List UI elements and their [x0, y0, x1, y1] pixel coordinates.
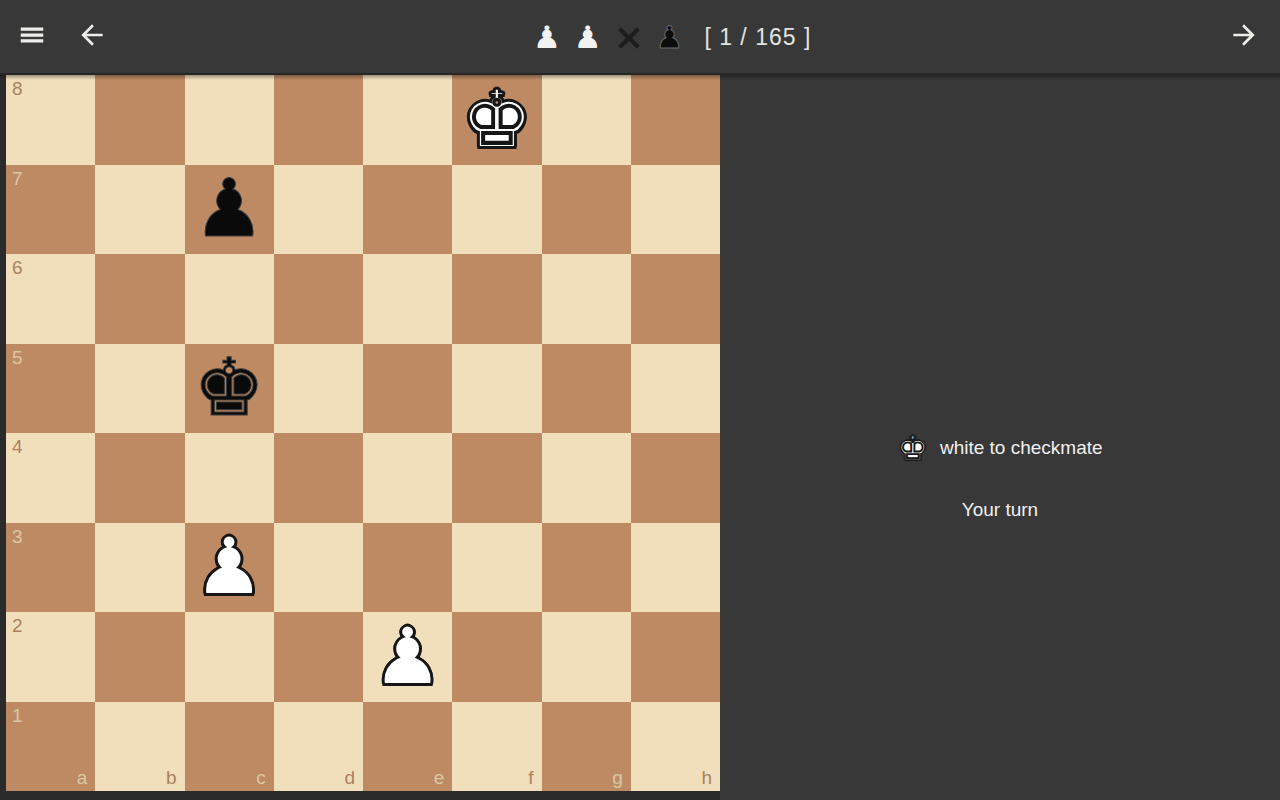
rank-label-1: 1: [12, 706, 23, 725]
black-pawn-icon: ♟: [656, 22, 684, 53]
square-a2[interactable]: 2: [6, 612, 95, 702]
square-h2[interactable]: [631, 612, 720, 702]
puzzle-category: ♟ ♟ ♟ [ 1 / 165 ]: [533, 0, 811, 75]
square-a3[interactable]: 3: [6, 523, 95, 613]
file-label-e: e: [434, 768, 445, 787]
back-button[interactable]: [72, 17, 112, 57]
square-g3[interactable]: [542, 523, 631, 613]
square-b3[interactable]: [95, 523, 184, 613]
rank-label-8: 8: [12, 79, 23, 98]
multiply-x-icon: [615, 24, 643, 52]
square-h6[interactable]: [631, 254, 720, 344]
square-a1[interactable]: 1a: [6, 702, 95, 792]
square-e5[interactable]: [363, 344, 452, 434]
square-e6[interactable]: [363, 254, 452, 344]
rank-label-2: 2: [12, 616, 23, 635]
white-king[interactable]: ♚: [461, 80, 533, 160]
square-g5[interactable]: [542, 344, 631, 434]
square-g2[interactable]: [542, 612, 631, 702]
white-pawn[interactable]: ♟: [193, 527, 265, 607]
square-d4[interactable]: [274, 433, 363, 523]
square-a6[interactable]: 6: [6, 254, 95, 344]
square-d3[interactable]: [274, 523, 363, 613]
square-b5[interactable]: [95, 344, 184, 434]
file-label-a: a: [77, 768, 88, 787]
app-bar: ♟ ♟ ♟ [ 1 / 165 ]: [0, 0, 1280, 75]
square-h5[interactable]: [631, 344, 720, 434]
square-f5[interactable]: [452, 344, 541, 434]
puzzle-counter: [ 1 / 165 ]: [704, 24, 811, 51]
square-b1[interactable]: b: [95, 702, 184, 792]
square-h1[interactable]: h: [631, 702, 720, 792]
square-e8[interactable]: [363, 75, 452, 165]
square-b4[interactable]: [95, 433, 184, 523]
objective-text: white to checkmate: [940, 437, 1103, 458]
turn-status: Your turn: [720, 499, 1280, 521]
square-a5[interactable]: 5: [6, 344, 95, 434]
square-h4[interactable]: [631, 433, 720, 523]
square-g7[interactable]: [542, 165, 631, 255]
square-c1[interactable]: c: [185, 702, 274, 792]
square-e2[interactable]: ♟: [363, 612, 452, 702]
square-a4[interactable]: 4: [6, 433, 95, 523]
square-d5[interactable]: [274, 344, 363, 434]
square-b8[interactable]: [95, 75, 184, 165]
square-f2[interactable]: [452, 612, 541, 702]
square-c2[interactable]: [185, 612, 274, 702]
square-f6[interactable]: [452, 254, 541, 344]
square-e7[interactable]: [363, 165, 452, 255]
objective-row: ♚white to checkmate: [720, 431, 1280, 465]
square-b7[interactable]: [95, 165, 184, 255]
square-c4[interactable]: [185, 433, 274, 523]
square-e3[interactable]: [363, 523, 452, 613]
rank-label-6: 6: [12, 258, 23, 277]
chess-board: 8♚7♟65♚43♟2♟1abcdefgh: [6, 75, 720, 791]
square-c7[interactable]: ♟: [185, 165, 274, 255]
white-pawn-icon: ♟: [574, 22, 602, 53]
black-pawn[interactable]: ♟: [193, 169, 265, 249]
square-d1[interactable]: d: [274, 702, 363, 792]
hamburger-icon: [17, 20, 47, 54]
rank-label-5: 5: [12, 348, 23, 367]
white-pawn-icon: ♟: [533, 22, 561, 53]
square-h8[interactable]: [631, 75, 720, 165]
black-king[interactable]: ♚: [193, 348, 265, 428]
file-label-c: c: [256, 768, 266, 787]
square-f1[interactable]: f: [452, 702, 541, 792]
rank-label-4: 4: [12, 437, 23, 456]
arrow-forward-icon: [1228, 19, 1260, 55]
square-c3[interactable]: ♟: [185, 523, 274, 613]
square-f7[interactable]: [452, 165, 541, 255]
square-a7[interactable]: 7: [6, 165, 95, 255]
square-f3[interactable]: [452, 523, 541, 613]
app-window: ♟ ♟ ♟ [ 1 / 165 ] 8♚7♟65♚43♟2♟1abcdefgh …: [0, 0, 1280, 800]
menu-button[interactable]: [12, 17, 52, 57]
board-zone: 8♚7♟65♚43♟2♟1abcdefgh: [0, 75, 720, 800]
file-label-d: d: [344, 768, 355, 787]
white-pawn[interactable]: ♟: [372, 617, 444, 697]
square-e4[interactable]: [363, 433, 452, 523]
rank-label-3: 3: [12, 527, 23, 546]
arrow-back-icon: [76, 19, 108, 55]
side-panel: ♚white to checkmate Your turn: [720, 75, 1280, 800]
file-label-g: g: [612, 768, 623, 787]
square-h7[interactable]: [631, 165, 720, 255]
square-f8[interactable]: ♚: [452, 75, 541, 165]
file-label-b: b: [166, 768, 177, 787]
square-c8[interactable]: [185, 75, 274, 165]
square-g8[interactable]: [542, 75, 631, 165]
file-label-h: h: [701, 768, 712, 787]
white-king-icon: ♚: [897, 428, 927, 468]
square-d8[interactable]: [274, 75, 363, 165]
square-b6[interactable]: [95, 254, 184, 344]
square-g4[interactable]: [542, 433, 631, 523]
square-g6[interactable]: [542, 254, 631, 344]
rank-label-7: 7: [12, 169, 23, 188]
square-h3[interactable]: [631, 523, 720, 613]
square-c6[interactable]: [185, 254, 274, 344]
square-b2[interactable]: [95, 612, 184, 702]
square-f4[interactable]: [452, 433, 541, 523]
square-d6[interactable]: [274, 254, 363, 344]
square-a8[interactable]: 8: [6, 75, 95, 165]
square-g1[interactable]: g: [542, 702, 631, 792]
square-c5[interactable]: ♚: [185, 344, 274, 434]
file-label-f: f: [528, 768, 533, 787]
square-e1[interactable]: e: [363, 702, 452, 792]
square-d2[interactable]: [274, 612, 363, 702]
next-puzzle-button[interactable]: [1224, 17, 1264, 57]
square-d7[interactable]: [274, 165, 363, 255]
